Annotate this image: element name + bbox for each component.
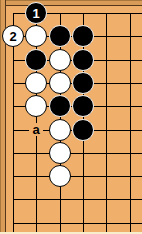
- point-label-a: a: [29, 123, 43, 136]
- white-stone: [49, 119, 71, 141]
- white-stone: [25, 25, 47, 47]
- white-stone: [49, 142, 71, 164]
- black-stone: [72, 95, 94, 117]
- grid-line-horizontal: [13, 176, 142, 177]
- point-label-text: a: [32, 123, 39, 136]
- black-stone: [49, 95, 71, 117]
- grid-line-horizontal: [13, 199, 142, 200]
- move-number-label: 1: [32, 6, 39, 19]
- white-stone: 2: [2, 25, 24, 47]
- image-bottom-edge: [0, 232, 142, 234]
- black-stone: [72, 49, 94, 71]
- white-stone: [25, 72, 47, 94]
- black-stone: [49, 25, 71, 47]
- white-stone: [25, 95, 47, 117]
- black-stone: [72, 119, 94, 141]
- black-stone: [72, 72, 94, 94]
- white-stone: [49, 72, 71, 94]
- white-stone: [49, 49, 71, 71]
- black-stone: [25, 49, 47, 71]
- black-stone: 1: [25, 2, 47, 24]
- move-number-label: 2: [9, 29, 16, 42]
- board-wood-border-top: [0, 0, 142, 6]
- grid-line-horizontal: [13, 153, 142, 154]
- black-stone: [72, 25, 94, 47]
- white-stone: [49, 165, 71, 187]
- go-board-diagram: a 12: [0, 0, 142, 234]
- grid-line-horizontal: [13, 223, 142, 224]
